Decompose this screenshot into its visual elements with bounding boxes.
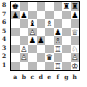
square-a8[interactable]: ♚: [11, 2, 20, 11]
square-d5[interactable]: [37, 28, 46, 37]
square-f1[interactable]: ♜♖: [54, 62, 63, 71]
black-pawn-a7[interactable]: ♟: [11, 11, 20, 20]
square-e2[interactable]: ♛: [45, 53, 54, 62]
black-pawn-d4[interactable]: ♟: [37, 36, 46, 45]
square-e3[interactable]: [45, 45, 54, 54]
piece-outline: ♘: [71, 45, 80, 54]
square-f2[interactable]: [54, 53, 63, 62]
white-rook-f3[interactable]: ♜♖: [54, 45, 63, 54]
square-c8[interactable]: [28, 2, 37, 11]
white-bishop-e6[interactable]: ♝♗: [45, 19, 54, 28]
file-label-h: h: [71, 72, 80, 81]
square-b8[interactable]: [20, 2, 29, 11]
square-e6[interactable]: ♝♗: [45, 19, 54, 28]
piece-glyph: ♟: [54, 28, 63, 37]
piece-glyph: ♝: [28, 19, 37, 28]
piece-glyph: ♜: [71, 2, 80, 11]
square-d7[interactable]: [37, 11, 46, 20]
square-e5[interactable]: [45, 28, 54, 37]
square-a3[interactable]: [11, 45, 20, 54]
white-rook-f1[interactable]: ♜♖: [54, 62, 63, 71]
file-label-f: f: [54, 72, 63, 81]
chess-board[interactable]: ♚♜♜♟♟♟♝♝♗♟♙♟♛♕♟♟♝♗♟♙♜♖♞♘♟♙♛♟♙♜♖♚♔: [10, 1, 80, 71]
square-h2[interactable]: ♟♙: [71, 53, 80, 62]
piece-outline: ♙: [71, 53, 80, 62]
square-h1[interactable]: ♚♔: [71, 62, 80, 71]
white-bishop-f4[interactable]: ♝♗: [54, 36, 63, 45]
square-d2[interactable]: [37, 53, 46, 62]
square-g6[interactable]: [62, 19, 71, 28]
square-b6[interactable]: [20, 19, 29, 28]
black-pawn-c4[interactable]: ♟: [28, 36, 37, 45]
piece-outline: ♔: [71, 62, 80, 71]
square-f8[interactable]: [54, 2, 63, 11]
rank-label-3: 3: [2, 44, 9, 53]
square-g1[interactable]: [62, 62, 71, 71]
square-c3[interactable]: [28, 45, 37, 54]
square-a7[interactable]: ♟: [11, 11, 20, 20]
black-pawn-b7[interactable]: ♟: [20, 11, 29, 20]
piece-glyph: ♟: [71, 11, 80, 20]
file-label-a: a: [11, 72, 20, 81]
square-d4[interactable]: ♟: [37, 36, 46, 45]
square-h5[interactable]: ♛♕: [71, 28, 80, 37]
file-label-e: e: [45, 72, 54, 81]
square-b2[interactable]: ♟♙: [20, 53, 29, 62]
square-c7[interactable]: [28, 11, 37, 20]
piece-outline: ♗: [54, 36, 63, 45]
square-f4[interactable]: ♝♗: [54, 36, 63, 45]
square-g2[interactable]: [62, 53, 71, 62]
piece-glyph: ♚: [11, 2, 20, 11]
piece-outline: ♙: [28, 28, 37, 37]
square-f3[interactable]: ♜♖: [54, 45, 63, 54]
black-pawn-h7[interactable]: ♟: [71, 11, 80, 20]
white-king-h1[interactable]: ♚♔: [71, 62, 80, 71]
file-label-c: c: [28, 72, 37, 81]
piece-outline: ♖: [54, 45, 63, 54]
black-rook-h8[interactable]: ♜: [71, 2, 80, 11]
rank-label-4: 4: [2, 35, 9, 44]
square-e4[interactable]: [45, 36, 54, 45]
chess-diagram: 87654321 ♚♜♜♟♟♟♝♝♗♟♙♟♛♕♟♟♝♗♟♙♜♖♞♘♟♙♛♟♙♜♖…: [0, 0, 87, 87]
square-h7[interactable]: ♟: [71, 11, 80, 20]
square-h8[interactable]: ♜: [71, 2, 80, 11]
rank-label-5: 5: [2, 27, 9, 36]
square-a6[interactable]: [11, 19, 20, 28]
square-e8[interactable]: [45, 2, 54, 11]
square-c5[interactable]: ♟♙: [28, 28, 37, 37]
square-f6[interactable]: [54, 19, 63, 28]
piece-glyph: ♟: [20, 11, 29, 20]
square-b5[interactable]: [20, 28, 29, 37]
square-b3[interactable]: ♟♙: [20, 45, 29, 54]
rank-label-1: 1: [2, 61, 9, 70]
square-f7[interactable]: [54, 11, 63, 20]
black-rook-g8[interactable]: ♜: [62, 2, 71, 11]
file-label-b: b: [20, 72, 29, 81]
piece-glyph: ♜: [62, 2, 71, 11]
piece-outline: ♗: [45, 19, 54, 28]
square-a5[interactable]: [11, 28, 20, 37]
piece-glyph: ♟: [28, 36, 37, 45]
black-pawn-f5[interactable]: ♟: [54, 28, 63, 37]
piece-outline: ♙: [20, 45, 29, 54]
white-pawn-b2[interactable]: ♟♙: [20, 53, 29, 62]
piece-outline: ♙: [20, 53, 29, 62]
square-a2[interactable]: [11, 53, 20, 62]
white-pawn-h2[interactable]: ♟♙: [71, 53, 80, 62]
square-e7[interactable]: [45, 11, 54, 20]
square-a1[interactable]: [11, 62, 20, 71]
rank-labels: 87654321: [2, 1, 9, 69]
square-d1[interactable]: [37, 62, 46, 71]
square-a4[interactable]: [11, 36, 20, 45]
square-h6[interactable]: [71, 19, 80, 28]
file-labels: abcdefgh: [11, 72, 79, 81]
square-f5[interactable]: ♟: [54, 28, 63, 37]
white-queen-h5[interactable]: ♛♕: [71, 28, 80, 37]
square-d8[interactable]: [37, 2, 46, 11]
square-c2[interactable]: [28, 53, 37, 62]
square-c6[interactable]: ♝: [28, 19, 37, 28]
square-g8[interactable]: ♜: [62, 2, 71, 11]
black-bishop-c6[interactable]: ♝: [28, 19, 37, 28]
square-h4[interactable]: [71, 36, 80, 45]
square-h3[interactable]: ♞♘: [71, 45, 80, 54]
piece-outline: ♕: [71, 28, 80, 37]
black-queen-e2[interactable]: ♛: [45, 53, 54, 62]
file-label-g: g: [62, 72, 71, 81]
black-king-a8[interactable]: ♚: [11, 2, 20, 11]
square-g7[interactable]: [62, 11, 71, 20]
white-pawn-b3[interactable]: ♟♙: [20, 45, 29, 54]
square-g5[interactable]: [62, 28, 71, 37]
piece-outline: ♖: [54, 62, 63, 71]
file-label-d: d: [37, 72, 46, 81]
square-d6[interactable]: [37, 19, 46, 28]
white-pawn-c5[interactable]: ♟♙: [28, 28, 37, 37]
piece-glyph: ♟: [37, 36, 46, 45]
square-b1[interactable]: [20, 62, 29, 71]
square-d3[interactable]: [37, 45, 46, 54]
white-knight-h3[interactable]: ♞♘: [71, 45, 80, 54]
square-c1[interactable]: [28, 62, 37, 71]
piece-glyph: ♛: [45, 53, 54, 62]
square-b7[interactable]: ♟: [20, 11, 29, 20]
square-g3[interactable]: [62, 45, 71, 54]
square-g4[interactable]: [62, 36, 71, 45]
rank-label-2: 2: [2, 52, 9, 61]
square-c4[interactable]: ♟: [28, 36, 37, 45]
square-e1[interactable]: [45, 62, 54, 71]
rank-label-8: 8: [2, 1, 9, 10]
square-b4[interactable]: [20, 36, 29, 45]
rank-label-6: 6: [2, 18, 9, 27]
rank-label-7: 7: [2, 10, 9, 19]
piece-glyph: ♟: [11, 11, 20, 20]
